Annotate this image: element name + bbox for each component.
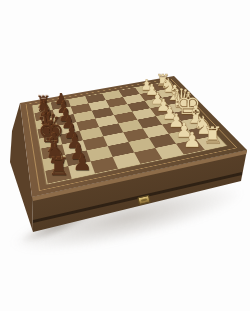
photo-stage: ♜♞♝♛♚♝♞♜♟♟♟♟♟♟♟♟♟♟♟♟♟♟♟♟♜♞♝♛♚♝♞♜ bbox=[0, 0, 250, 311]
chess-set-photo: Wooden folding chess box set: walnut and… bbox=[0, 0, 250, 311]
brass-clasp bbox=[137, 195, 150, 205]
brass-clasp-plate bbox=[141, 198, 147, 201]
